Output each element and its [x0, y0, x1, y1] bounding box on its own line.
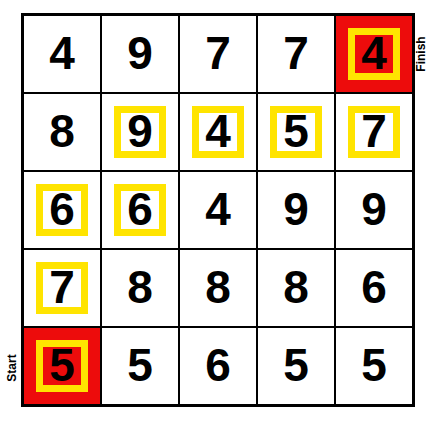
- grid-cell[interactable]: 9: [102, 16, 178, 92]
- path-marker-box: 4: [348, 28, 400, 80]
- grid-cell[interactable]: 4: [180, 94, 256, 170]
- path-marker-box: 7: [348, 106, 400, 158]
- cell-number: 9: [127, 108, 153, 154]
- grid-cell[interactable]: 4: [24, 16, 100, 92]
- cell-number: 6: [127, 186, 153, 232]
- finish-label: Finish: [414, 36, 428, 71]
- path-marker-box: 4: [192, 106, 244, 158]
- cell-number: 5: [127, 342, 153, 388]
- grid-cell[interactable]: 8: [258, 250, 334, 326]
- grid-cell[interactable]: 7: [258, 16, 334, 92]
- puzzle-page: Start Finish 4977489457664997888655655: [0, 0, 430, 425]
- cell-number: 5: [361, 342, 387, 388]
- finish-cell[interactable]: 4: [336, 16, 412, 92]
- grid-cell[interactable]: 7: [180, 16, 256, 92]
- grid-cell[interactable]: 9: [336, 172, 412, 248]
- cell-number: 4: [49, 30, 75, 76]
- cell-number: 4: [205, 186, 231, 232]
- grid-cell[interactable]: 5: [258, 94, 334, 170]
- path-marker-box: 5: [36, 340, 88, 392]
- grid-cell[interactable]: 5: [336, 328, 412, 404]
- grid-cell[interactable]: 7: [24, 250, 100, 326]
- cell-number: 6: [205, 342, 231, 388]
- cell-number: 8: [283, 264, 309, 310]
- cell-number: 7: [361, 108, 387, 154]
- grid-cell[interactable]: 6: [102, 172, 178, 248]
- board: 4977489457664997888655655: [21, 13, 415, 407]
- cell-number: 8: [205, 264, 231, 310]
- grid-cell[interactable]: 8: [102, 250, 178, 326]
- cell-number: 4: [361, 30, 387, 76]
- cell-number: 4: [205, 108, 231, 154]
- start-cell[interactable]: 5: [24, 328, 100, 404]
- grid-cell[interactable]: 5: [102, 328, 178, 404]
- start-label: Start: [5, 354, 19, 381]
- grid-cell[interactable]: 6: [336, 250, 412, 326]
- path-marker-box: 9: [114, 106, 166, 158]
- cell-number: 8: [49, 108, 75, 154]
- cell-number: 6: [49, 186, 75, 232]
- grid-cell[interactable]: 9: [102, 94, 178, 170]
- grid-cell[interactable]: 9: [258, 172, 334, 248]
- grid-cell[interactable]: 6: [180, 328, 256, 404]
- cell-number: 9: [283, 186, 309, 232]
- grid-cell[interactable]: 5: [258, 328, 334, 404]
- path-marker-box: 6: [114, 184, 166, 236]
- cell-number: 5: [283, 108, 309, 154]
- grid-cell[interactable]: 4: [180, 172, 256, 248]
- grid-cell[interactable]: 6: [24, 172, 100, 248]
- cell-number: 5: [283, 342, 309, 388]
- path-marker-box: 6: [36, 184, 88, 236]
- cell-number: 9: [361, 186, 387, 232]
- cell-number: 5: [49, 342, 75, 388]
- grid-cell[interactable]: 8: [24, 94, 100, 170]
- cell-number: 6: [361, 264, 387, 310]
- cell-number: 8: [127, 264, 153, 310]
- cell-number: 7: [205, 30, 231, 76]
- cell-number: 7: [283, 30, 309, 76]
- path-marker-box: 5: [270, 106, 322, 158]
- path-marker-box: 7: [36, 262, 88, 314]
- grid-cell[interactable]: 7: [336, 94, 412, 170]
- cell-number: 7: [49, 264, 75, 310]
- cell-number: 9: [127, 30, 153, 76]
- grid-cell[interactable]: 8: [180, 250, 256, 326]
